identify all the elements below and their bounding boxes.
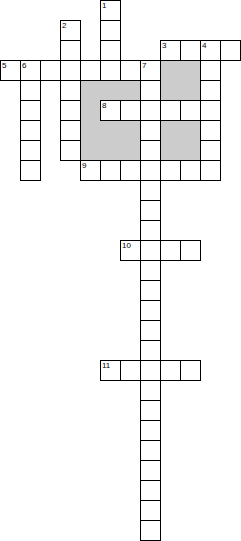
blocked-cell bbox=[120, 80, 141, 101]
clue-number: 9 bbox=[82, 161, 86, 170]
cell[interactable] bbox=[200, 60, 221, 81]
cell[interactable] bbox=[60, 100, 81, 121]
cell[interactable] bbox=[120, 100, 141, 121]
cell[interactable] bbox=[160, 360, 181, 381]
cell[interactable]: 9 bbox=[80, 160, 101, 181]
cell[interactable] bbox=[60, 40, 81, 61]
cell[interactable] bbox=[100, 40, 121, 61]
cell[interactable] bbox=[120, 360, 141, 381]
cell[interactable]: 5 bbox=[0, 60, 21, 81]
clue-number: 2 bbox=[62, 21, 66, 30]
cell[interactable]: 1 bbox=[100, 0, 121, 21]
cell[interactable] bbox=[140, 280, 161, 301]
cell[interactable] bbox=[140, 320, 161, 341]
cell[interactable]: 3 bbox=[160, 40, 181, 61]
blocked-cell bbox=[180, 120, 201, 141]
cell[interactable] bbox=[220, 40, 241, 61]
blocked-cell bbox=[160, 140, 181, 161]
cell[interactable]: 10 bbox=[120, 240, 141, 261]
clue-number: 6 bbox=[22, 61, 26, 70]
blocked-cell bbox=[80, 100, 101, 121]
clue-number: 10 bbox=[122, 241, 131, 250]
blocked-cell bbox=[100, 140, 121, 161]
cell[interactable] bbox=[140, 460, 161, 481]
blocked-cell bbox=[100, 120, 121, 141]
cell[interactable] bbox=[140, 100, 161, 121]
cell[interactable] bbox=[180, 100, 201, 121]
cell[interactable] bbox=[20, 140, 41, 161]
cell[interactable] bbox=[20, 100, 41, 121]
cell[interactable] bbox=[160, 100, 181, 121]
cell[interactable] bbox=[60, 140, 81, 161]
clue-number: 3 bbox=[162, 41, 166, 50]
cell[interactable] bbox=[200, 80, 221, 101]
cell[interactable] bbox=[100, 160, 121, 181]
cell[interactable] bbox=[140, 400, 161, 421]
crossword-grid: 1234567891011 bbox=[0, 0, 241, 541]
clue-number: 4 bbox=[202, 41, 206, 50]
cell[interactable] bbox=[140, 180, 161, 201]
cell[interactable] bbox=[140, 340, 161, 361]
cell[interactable] bbox=[180, 160, 201, 181]
cell[interactable] bbox=[200, 100, 221, 121]
cell[interactable] bbox=[20, 80, 41, 101]
cell[interactable] bbox=[140, 240, 161, 261]
cell[interactable] bbox=[100, 60, 121, 81]
cell[interactable] bbox=[60, 80, 81, 101]
blocked-cell bbox=[80, 120, 101, 141]
blocked-cell bbox=[80, 80, 101, 101]
cell[interactable] bbox=[140, 440, 161, 461]
blocked-cell bbox=[180, 60, 201, 81]
cell[interactable] bbox=[200, 120, 221, 141]
cell[interactable] bbox=[80, 60, 101, 81]
cell[interactable] bbox=[20, 160, 41, 181]
cell[interactable] bbox=[140, 160, 161, 181]
blocked-cell bbox=[180, 140, 201, 161]
cell[interactable]: 4 bbox=[200, 40, 221, 61]
blocked-cell bbox=[160, 60, 181, 81]
cell[interactable] bbox=[140, 520, 161, 541]
cell[interactable] bbox=[140, 380, 161, 401]
cell[interactable] bbox=[200, 160, 221, 181]
cell[interactable] bbox=[100, 20, 121, 41]
cell[interactable] bbox=[140, 120, 161, 141]
cell[interactable] bbox=[140, 360, 161, 381]
cell[interactable]: 6 bbox=[20, 60, 41, 81]
clue-number: 8 bbox=[102, 101, 106, 110]
cell[interactable] bbox=[180, 360, 201, 381]
cell[interactable] bbox=[160, 160, 181, 181]
cell[interactable] bbox=[140, 480, 161, 501]
cell[interactable] bbox=[140, 500, 161, 521]
cell[interactable] bbox=[140, 260, 161, 281]
clue-number: 11 bbox=[102, 361, 110, 370]
cell[interactable] bbox=[40, 60, 61, 81]
cell[interactable] bbox=[140, 300, 161, 321]
cell[interactable] bbox=[180, 40, 201, 61]
cell[interactable]: 2 bbox=[60, 20, 81, 41]
cell[interactable] bbox=[140, 140, 161, 161]
cell[interactable] bbox=[140, 200, 161, 221]
clue-number: 7 bbox=[142, 61, 146, 70]
cell[interactable] bbox=[180, 240, 201, 261]
cell[interactable]: 8 bbox=[100, 100, 121, 121]
cell[interactable] bbox=[140, 80, 161, 101]
cell[interactable] bbox=[60, 60, 81, 81]
blocked-cell bbox=[80, 140, 101, 161]
clue-number: 1 bbox=[102, 1, 106, 10]
cell[interactable] bbox=[140, 420, 161, 441]
cell[interactable] bbox=[20, 120, 41, 141]
cell[interactable] bbox=[60, 120, 81, 141]
cell[interactable]: 7 bbox=[140, 60, 161, 81]
blocked-cell bbox=[100, 80, 121, 101]
cell[interactable] bbox=[120, 60, 141, 81]
blocked-cell bbox=[160, 120, 181, 141]
cell[interactable] bbox=[140, 220, 161, 241]
cell[interactable]: 11 bbox=[100, 360, 121, 381]
cell[interactable] bbox=[200, 140, 221, 161]
blocked-cell bbox=[120, 140, 141, 161]
blocked-cell bbox=[180, 80, 201, 101]
clue-number: 5 bbox=[2, 61, 6, 70]
cell[interactable] bbox=[160, 240, 181, 261]
blocked-cell bbox=[120, 120, 141, 141]
cell[interactable] bbox=[120, 160, 141, 181]
blocked-cell bbox=[160, 80, 181, 101]
